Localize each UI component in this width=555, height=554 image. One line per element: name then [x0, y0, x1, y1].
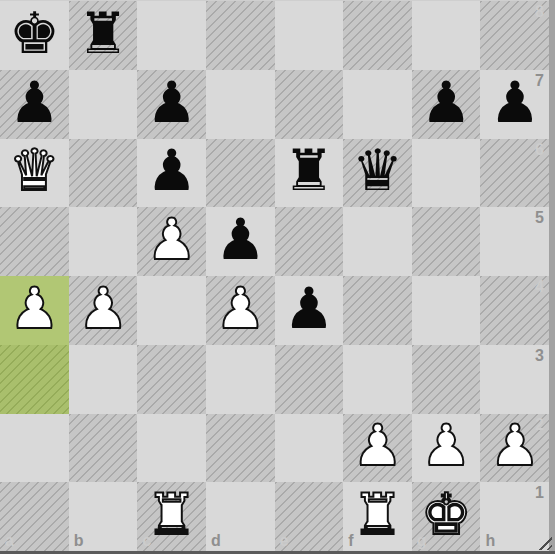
black-pawn[interactable]: ♟	[146, 142, 197, 199]
square-g7[interactable]: ♟	[412, 70, 481, 139]
file-label-h: h	[485, 532, 495, 550]
square-a8[interactable]: ♚	[0, 1, 69, 70]
white-pawn[interactable]: ♟	[146, 211, 197, 268]
square-d5[interactable]: ♟	[206, 207, 275, 276]
square-a7[interactable]: ♟	[0, 70, 69, 139]
square-g5[interactable]	[412, 207, 481, 276]
white-rook[interactable]: ♜	[352, 486, 403, 543]
square-h8[interactable]: 8	[480, 1, 549, 70]
rank-label-8: 8	[535, 3, 544, 21]
rank-label-6: 6	[535, 141, 544, 159]
black-pawn[interactable]: ♟	[146, 74, 197, 131]
file-label-b: b	[74, 532, 84, 550]
square-a1[interactable]: a	[0, 482, 69, 551]
black-pawn[interactable]: ♟	[283, 280, 334, 337]
square-e5[interactable]	[275, 207, 344, 276]
rank-label-5: 5	[535, 209, 544, 227]
square-d3[interactable]	[206, 345, 275, 414]
square-b2[interactable]	[69, 414, 138, 483]
black-rook[interactable]: ♜	[283, 142, 334, 199]
white-king[interactable]: ♚	[421, 486, 472, 543]
square-b4[interactable]: ♟	[69, 276, 138, 345]
square-e3[interactable]	[275, 345, 344, 414]
rank-label-3: 3	[535, 347, 544, 365]
square-g4[interactable]	[412, 276, 481, 345]
square-c3[interactable]	[137, 345, 206, 414]
square-c7[interactable]: ♟	[137, 70, 206, 139]
square-b8[interactable]: ♜	[69, 1, 138, 70]
square-g3[interactable]	[412, 345, 481, 414]
square-b7[interactable]	[69, 70, 138, 139]
square-e8[interactable]	[275, 1, 344, 70]
black-pawn[interactable]: ♟	[215, 211, 266, 268]
square-a3[interactable]	[0, 345, 69, 414]
square-c6[interactable]: ♟	[137, 139, 206, 208]
square-b5[interactable]	[69, 207, 138, 276]
file-label-e: e	[280, 532, 289, 550]
square-f8[interactable]	[343, 1, 412, 70]
board-frame: ♚♜8♟♟♟7♟♛♟♜♛6♟♟5♟♟♟♟43♟♟2♟abc♜def♜g♚1h	[0, 0, 555, 554]
square-h4[interactable]: 4	[480, 276, 549, 345]
square-a5[interactable]	[0, 207, 69, 276]
square-c5[interactable]: ♟	[137, 207, 206, 276]
white-rook[interactable]: ♜	[146, 486, 197, 543]
square-a2[interactable]	[0, 414, 69, 483]
square-f5[interactable]	[343, 207, 412, 276]
square-f2[interactable]: ♟	[343, 414, 412, 483]
file-label-a: a	[5, 532, 14, 550]
black-queen[interactable]: ♛	[352, 142, 403, 199]
square-h3[interactable]: 3	[480, 345, 549, 414]
square-c4[interactable]	[137, 276, 206, 345]
black-king[interactable]: ♚	[9, 5, 60, 62]
square-c1[interactable]: c♜	[137, 482, 206, 551]
square-h1[interactable]: 1h	[480, 482, 549, 551]
square-h6[interactable]: 6	[480, 139, 549, 208]
square-b6[interactable]	[69, 139, 138, 208]
square-a4[interactable]: ♟	[0, 276, 69, 345]
square-a6[interactable]: ♛	[0, 139, 69, 208]
square-f6[interactable]: ♛	[343, 139, 412, 208]
square-d7[interactable]	[206, 70, 275, 139]
square-e1[interactable]: e	[275, 482, 344, 551]
black-pawn[interactable]: ♟	[421, 74, 472, 131]
square-f7[interactable]	[343, 70, 412, 139]
square-d4[interactable]: ♟	[206, 276, 275, 345]
square-g8[interactable]	[412, 1, 481, 70]
square-e4[interactable]: ♟	[275, 276, 344, 345]
white-pawn[interactable]: ♟	[77, 280, 128, 337]
square-b3[interactable]	[69, 345, 138, 414]
square-e7[interactable]	[275, 70, 344, 139]
white-queen[interactable]: ♛	[9, 142, 60, 199]
square-d6[interactable]	[206, 139, 275, 208]
square-h2[interactable]: 2♟	[480, 414, 549, 483]
square-c2[interactable]	[137, 414, 206, 483]
square-h7[interactable]: 7♟	[480, 70, 549, 139]
square-f1[interactable]: f♜	[343, 482, 412, 551]
square-d1[interactable]: d	[206, 482, 275, 551]
rank-label-4: 4	[535, 278, 544, 296]
square-g6[interactable]	[412, 139, 481, 208]
square-d2[interactable]	[206, 414, 275, 483]
square-f4[interactable]	[343, 276, 412, 345]
white-pawn[interactable]: ♟	[489, 417, 540, 474]
white-pawn[interactable]: ♟	[9, 280, 60, 337]
square-d8[interactable]	[206, 1, 275, 70]
black-rook[interactable]: ♜	[77, 5, 128, 62]
white-pawn[interactable]: ♟	[421, 417, 472, 474]
white-pawn[interactable]: ♟	[215, 280, 266, 337]
rank-label-1: 1	[535, 484, 544, 502]
square-g2[interactable]: ♟	[412, 414, 481, 483]
black-pawn[interactable]: ♟	[9, 74, 60, 131]
square-b1[interactable]: b	[69, 482, 138, 551]
square-f3[interactable]	[343, 345, 412, 414]
square-g1[interactable]: g♚	[412, 482, 481, 551]
white-pawn[interactable]: ♟	[352, 417, 403, 474]
square-h5[interactable]: 5	[480, 207, 549, 276]
chess-board: ♚♜8♟♟♟7♟♛♟♜♛6♟♟5♟♟♟♟43♟♟2♟abc♜def♜g♚1h	[0, 0, 549, 551]
file-label-d: d	[211, 532, 221, 550]
square-e2[interactable]	[275, 414, 344, 483]
black-pawn[interactable]: ♟	[489, 74, 540, 131]
square-e6[interactable]: ♜	[275, 139, 344, 208]
square-c8[interactable]	[137, 1, 206, 70]
